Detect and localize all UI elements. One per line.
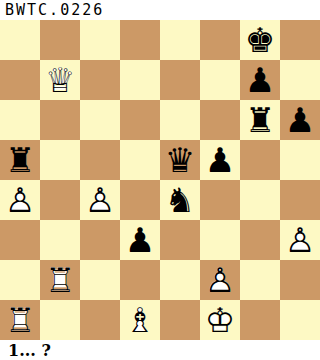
- square-e5[interactable]: ♛: [160, 140, 200, 180]
- piece-black-knight: ♞: [160, 180, 200, 220]
- square-g5[interactable]: [240, 140, 280, 180]
- square-e4[interactable]: ♞: [160, 180, 200, 220]
- square-h5[interactable]: [280, 140, 320, 180]
- piece-white-queen: ♛♕: [40, 60, 80, 100]
- piece-black-rook: ♜: [240, 100, 280, 140]
- square-d3[interactable]: ♟: [120, 220, 160, 260]
- square-a3[interactable]: [0, 220, 40, 260]
- square-b8[interactable]: [40, 20, 80, 60]
- piece-black-rook: ♜: [0, 140, 40, 180]
- square-c7[interactable]: [80, 60, 120, 100]
- piece-white-bishop: ♝♗: [120, 300, 160, 340]
- square-a2[interactable]: [0, 260, 40, 300]
- piece-black-queen: ♛: [160, 140, 200, 180]
- piece-white-pawn: ♟♙: [80, 180, 120, 220]
- square-e6[interactable]: [160, 100, 200, 140]
- move-prompt-text: 1... ?: [8, 341, 51, 360]
- square-f5[interactable]: ♟: [200, 140, 240, 180]
- square-a8[interactable]: [0, 20, 40, 60]
- square-b7[interactable]: ♛♕: [40, 60, 80, 100]
- puzzle-title: BWTC.0226: [0, 0, 320, 20]
- square-f7[interactable]: [200, 60, 240, 100]
- square-d4[interactable]: [120, 180, 160, 220]
- square-a7[interactable]: [0, 60, 40, 100]
- square-f3[interactable]: [200, 220, 240, 260]
- piece-white-rook: ♜♖: [0, 300, 40, 340]
- square-d8[interactable]: [120, 20, 160, 60]
- square-b5[interactable]: [40, 140, 80, 180]
- square-b4[interactable]: [40, 180, 80, 220]
- puzzle-title-text: BWTC.0226: [5, 1, 104, 19]
- square-d1[interactable]: ♝♗: [120, 300, 160, 340]
- square-e2[interactable]: [160, 260, 200, 300]
- square-c3[interactable]: [80, 220, 120, 260]
- chess-board: ♚♛♕♟♜♟♜♛♟♟♙♟♙♞♟♟♙♜♖♟♙♜♖♝♗♚♔: [0, 20, 320, 340]
- square-h7[interactable]: [280, 60, 320, 100]
- square-c1[interactable]: [80, 300, 120, 340]
- square-h4[interactable]: [280, 180, 320, 220]
- piece-white-pawn: ♟♙: [0, 180, 40, 220]
- square-f8[interactable]: [200, 20, 240, 60]
- square-f6[interactable]: [200, 100, 240, 140]
- square-c5[interactable]: [80, 140, 120, 180]
- piece-white-pawn: ♟♙: [200, 260, 240, 300]
- square-e3[interactable]: [160, 220, 200, 260]
- square-g8[interactable]: ♚: [240, 20, 280, 60]
- piece-white-king: ♚♔: [200, 300, 240, 340]
- square-g2[interactable]: [240, 260, 280, 300]
- piece-white-rook: ♜♖: [40, 260, 80, 300]
- square-a5[interactable]: ♜: [0, 140, 40, 180]
- square-a1[interactable]: ♜♖: [0, 300, 40, 340]
- square-a6[interactable]: [0, 100, 40, 140]
- square-c8[interactable]: [80, 20, 120, 60]
- square-f1[interactable]: ♚♔: [200, 300, 240, 340]
- square-c2[interactable]: [80, 260, 120, 300]
- piece-black-pawn: ♟: [240, 60, 280, 100]
- square-h1[interactable]: [280, 300, 320, 340]
- square-e1[interactable]: [160, 300, 200, 340]
- square-d2[interactable]: [120, 260, 160, 300]
- square-d7[interactable]: [120, 60, 160, 100]
- square-g7[interactable]: ♟: [240, 60, 280, 100]
- square-a4[interactable]: ♟♙: [0, 180, 40, 220]
- square-b6[interactable]: [40, 100, 80, 140]
- square-b1[interactable]: [40, 300, 80, 340]
- square-f4[interactable]: [200, 180, 240, 220]
- move-prompt: 1... ?: [0, 340, 320, 360]
- square-h3[interactable]: ♟♙: [280, 220, 320, 260]
- square-g3[interactable]: [240, 220, 280, 260]
- square-g4[interactable]: [240, 180, 280, 220]
- square-g1[interactable]: [240, 300, 280, 340]
- square-e8[interactable]: [160, 20, 200, 60]
- square-d5[interactable]: [120, 140, 160, 180]
- square-g6[interactable]: ♜: [240, 100, 280, 140]
- piece-black-pawn: ♟: [200, 140, 240, 180]
- square-b3[interactable]: [40, 220, 80, 260]
- square-h6[interactable]: ♟: [280, 100, 320, 140]
- square-h2[interactable]: [280, 260, 320, 300]
- square-b2[interactable]: ♜♖: [40, 260, 80, 300]
- piece-black-pawn: ♟: [280, 100, 320, 140]
- piece-white-pawn: ♟♙: [280, 220, 320, 260]
- piece-black-king: ♚: [240, 20, 280, 60]
- square-h8[interactable]: [280, 20, 320, 60]
- square-c4[interactable]: ♟♙: [80, 180, 120, 220]
- square-f2[interactable]: ♟♙: [200, 260, 240, 300]
- square-c6[interactable]: [80, 100, 120, 140]
- piece-black-pawn: ♟: [120, 220, 160, 260]
- square-e7[interactable]: [160, 60, 200, 100]
- square-d6[interactable]: [120, 100, 160, 140]
